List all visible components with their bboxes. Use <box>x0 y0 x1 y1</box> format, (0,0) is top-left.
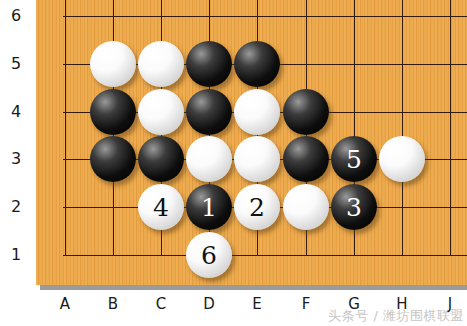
stone-C4 <box>138 89 184 135</box>
row-label-4: 4 <box>1 102 31 122</box>
stone-B5 <box>90 41 136 87</box>
col-label-C: C <box>148 295 174 313</box>
stone-G3: 5 <box>331 136 377 182</box>
move-number-2: 2 <box>249 195 265 220</box>
stone-D2: 1 <box>186 184 232 230</box>
grid-hline-6 <box>63 16 467 17</box>
move-number-5: 5 <box>346 147 362 172</box>
row-label-2: 2 <box>1 197 31 217</box>
row-label-5: 5 <box>1 54 31 74</box>
col-label-B: B <box>100 295 126 313</box>
stone-C2: 4 <box>138 184 184 230</box>
move-number-6: 6 <box>201 243 217 268</box>
stone-C5 <box>138 41 184 87</box>
stone-E2: 2 <box>234 184 280 230</box>
row-label-3: 3 <box>1 149 31 169</box>
stone-D5 <box>186 41 232 87</box>
grid-vline-J <box>450 0 451 256</box>
stone-G2: 3 <box>331 184 377 230</box>
stone-C3 <box>138 136 184 182</box>
move-number-3: 3 <box>346 195 362 220</box>
grid-vline-H <box>402 0 403 256</box>
stone-B3 <box>90 136 136 182</box>
col-label-A: A <box>52 295 78 313</box>
stone-F2 <box>283 184 329 230</box>
move-number-1: 1 <box>201 195 217 220</box>
grid-vline-A <box>65 0 66 256</box>
stone-E3 <box>234 136 280 182</box>
watermark-text: 头条号 / 潍坊围棋联盟 <box>264 307 464 325</box>
go-diagram: 654321ABCDEFGHJ 541236 头条号 / 潍坊围棋联盟 <box>0 0 467 326</box>
stone-B4 <box>90 89 136 135</box>
board-shadow <box>40 285 467 290</box>
col-label-D: D <box>196 295 222 313</box>
stone-D3 <box>186 136 232 182</box>
stone-D1: 6 <box>186 232 232 278</box>
move-number-4: 4 <box>153 195 169 220</box>
stone-F4 <box>283 89 329 135</box>
grid-hline-1 <box>63 255 467 256</box>
stone-H3 <box>379 136 425 182</box>
stone-F3 <box>283 136 329 182</box>
row-label-1: 1 <box>1 245 31 265</box>
stone-D4 <box>186 89 232 135</box>
stone-E4 <box>234 89 280 135</box>
stone-E5 <box>234 41 280 87</box>
row-label-6: 6 <box>1 6 31 26</box>
